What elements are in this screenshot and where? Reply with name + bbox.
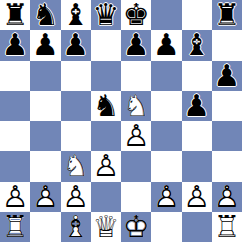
white-king-outline-icon: ♔ — [123, 212, 150, 242]
square-d8[interactable]: ♛ — [91, 0, 121, 30]
square-f8[interactable] — [151, 0, 181, 30]
white-pawn-outline-icon: ♙ — [183, 182, 210, 212]
black-pawn-icon: ♟ — [123, 30, 150, 60]
square-f4[interactable] — [151, 121, 181, 151]
square-a8[interactable]: ♜ — [0, 0, 30, 30]
white-rook-outline-icon: ♖ — [2, 212, 29, 242]
piece-white-rook[interactable]: ♜♖ — [0, 212, 30, 242]
square-e4[interactable]: ♟♙ — [121, 121, 151, 151]
white-pawn-outline-icon: ♙ — [2, 182, 29, 212]
black-pawn-icon: ♟ — [213, 61, 240, 91]
square-c5[interactable] — [61, 91, 91, 121]
piece-white-knight[interactable]: ♞♘ — [61, 151, 91, 181]
white-pawn-outline-icon: ♙ — [92, 151, 119, 181]
piece-black-rook[interactable]: ♜ — [212, 0, 242, 30]
square-d2[interactable] — [91, 182, 121, 212]
square-h2[interactable]: ♟♙ — [212, 182, 242, 212]
square-c6[interactable] — [61, 61, 91, 91]
piece-black-pawn[interactable]: ♟ — [61, 30, 91, 60]
black-pawn-icon: ♟ — [2, 30, 29, 60]
black-bishop-icon: ♝ — [62, 0, 89, 30]
square-c8[interactable]: ♝ — [61, 0, 91, 30]
square-e3[interactable] — [121, 151, 151, 181]
square-e8[interactable]: ♚ — [121, 0, 151, 30]
square-d3[interactable]: ♟♙ — [91, 151, 121, 181]
square-f3[interactable] — [151, 151, 181, 181]
white-rook-outline-icon: ♖ — [213, 212, 240, 242]
square-e1[interactable]: ♚♔ — [121, 212, 151, 242]
black-queen-icon: ♛ — [92, 0, 119, 30]
piece-black-pawn[interactable]: ♟ — [151, 30, 181, 60]
piece-black-queen[interactable]: ♛ — [91, 0, 121, 30]
square-g4[interactable] — [182, 121, 212, 151]
white-knight-outline-icon: ♘ — [123, 91, 150, 121]
square-a5[interactable] — [0, 91, 30, 121]
piece-black-pawn[interactable]: ♟ — [121, 30, 151, 60]
piece-black-king[interactable]: ♚ — [121, 0, 151, 30]
piece-white-pawn[interactable]: ♟♙ — [0, 182, 30, 212]
black-pawn-icon: ♟ — [62, 30, 89, 60]
piece-black-pawn[interactable]: ♟ — [0, 30, 30, 60]
square-h5[interactable] — [212, 91, 242, 121]
square-d4[interactable] — [91, 121, 121, 151]
piece-black-knight[interactable]: ♞ — [30, 0, 60, 30]
square-a7[interactable]: ♟ — [0, 30, 30, 60]
square-a4[interactable] — [0, 121, 30, 151]
square-f7[interactable]: ♟ — [151, 30, 181, 60]
piece-white-pawn[interactable]: ♟♙ — [30, 182, 60, 212]
white-pawn-outline-icon: ♙ — [123, 121, 150, 151]
square-e6[interactable] — [121, 61, 151, 91]
square-c1[interactable]: ♝♗ — [61, 212, 91, 242]
piece-black-pawn[interactable]: ♟ — [212, 61, 242, 91]
black-knight-icon: ♞ — [32, 0, 59, 30]
square-h6[interactable]: ♟ — [212, 61, 242, 91]
black-rook-icon: ♜ — [213, 0, 240, 30]
square-d6[interactable] — [91, 61, 121, 91]
piece-white-knight[interactable]: ♞♘ — [121, 91, 151, 121]
white-pawn-outline-icon: ♙ — [32, 182, 59, 212]
piece-black-knight[interactable]: ♞ — [91, 91, 121, 121]
square-d7[interactable] — [91, 30, 121, 60]
white-pawn-outline-icon: ♙ — [213, 182, 240, 212]
white-queen-outline-icon: ♕ — [92, 212, 119, 242]
piece-white-rook[interactable]: ♜♖ — [212, 212, 242, 242]
piece-white-pawn[interactable]: ♟♙ — [61, 182, 91, 212]
square-h7[interactable] — [212, 30, 242, 60]
black-rook-icon: ♜ — [2, 0, 29, 30]
chess-board[interactable]: ♜♞♝♛♚♜♟♟♟♟♟♝♟♞♞♘♟♟♙♞♘♟♙♟♙♟♙♟♙♟♙♟♙♟♙♜♖♝♗♛… — [0, 0, 242, 242]
square-f1[interactable] — [151, 212, 181, 242]
black-pawn-icon: ♟ — [183, 91, 210, 121]
square-g8[interactable] — [182, 0, 212, 30]
square-c3[interactable]: ♞♘ — [61, 151, 91, 181]
square-e5[interactable]: ♞♘ — [121, 91, 151, 121]
black-knight-icon: ♞ — [92, 91, 119, 121]
square-g3[interactable] — [182, 151, 212, 181]
square-f2[interactable]: ♟♙ — [151, 182, 181, 212]
white-pawn-outline-icon: ♙ — [153, 182, 180, 212]
black-pawn-icon: ♟ — [153, 30, 180, 60]
square-d1[interactable]: ♛♕ — [91, 212, 121, 242]
square-b2[interactable]: ♟♙ — [30, 182, 60, 212]
piece-white-pawn[interactable]: ♟♙ — [151, 182, 181, 212]
square-a1[interactable]: ♜♖ — [0, 212, 30, 242]
piece-black-bishop[interactable]: ♝ — [61, 0, 91, 30]
square-g1[interactable] — [182, 212, 212, 242]
white-knight-outline-icon: ♘ — [62, 151, 89, 181]
white-bishop-outline-icon: ♗ — [62, 212, 89, 242]
black-pawn-icon: ♟ — [32, 30, 59, 60]
piece-black-rook[interactable]: ♜ — [0, 0, 30, 30]
piece-white-queen[interactable]: ♛♕ — [91, 212, 121, 242]
white-pawn-outline-icon: ♙ — [62, 182, 89, 212]
square-c7[interactable]: ♟ — [61, 30, 91, 60]
square-a6[interactable] — [0, 61, 30, 91]
square-b1[interactable] — [30, 212, 60, 242]
square-a3[interactable] — [0, 151, 30, 181]
piece-white-pawn[interactable]: ♟♙ — [182, 182, 212, 212]
square-b5[interactable] — [30, 91, 60, 121]
square-g7[interactable]: ♝ — [182, 30, 212, 60]
square-b8[interactable]: ♞ — [30, 0, 60, 30]
piece-white-bishop[interactable]: ♝♗ — [61, 212, 91, 242]
square-g2[interactable]: ♟♙ — [182, 182, 212, 212]
square-c2[interactable]: ♟♙ — [61, 182, 91, 212]
piece-black-pawn[interactable]: ♟ — [30, 30, 60, 60]
square-h1[interactable]: ♜♖ — [212, 212, 242, 242]
piece-white-pawn[interactable]: ♟♙ — [212, 182, 242, 212]
square-e7[interactable]: ♟ — [121, 30, 151, 60]
square-d5[interactable]: ♞ — [91, 91, 121, 121]
black-bishop-icon: ♝ — [183, 30, 210, 60]
piece-black-bishop[interactable]: ♝ — [182, 30, 212, 60]
square-e2[interactable] — [121, 182, 151, 212]
square-g6[interactable] — [182, 61, 212, 91]
black-king-icon: ♚ — [123, 0, 150, 30]
square-b6[interactable] — [30, 61, 60, 91]
square-c4[interactable] — [61, 121, 91, 151]
square-h8[interactable]: ♜ — [212, 0, 242, 30]
square-g5[interactable]: ♟ — [182, 91, 212, 121]
piece-white-pawn[interactable]: ♟♙ — [91, 151, 121, 181]
square-f6[interactable] — [151, 61, 181, 91]
square-b4[interactable] — [30, 121, 60, 151]
piece-black-pawn[interactable]: ♟ — [182, 91, 212, 121]
square-h3[interactable] — [212, 151, 242, 181]
square-b3[interactable] — [30, 151, 60, 181]
square-f5[interactable] — [151, 91, 181, 121]
piece-white-king[interactable]: ♚♔ — [121, 212, 151, 242]
square-a2[interactable]: ♟♙ — [0, 182, 30, 212]
square-b7[interactable]: ♟ — [30, 30, 60, 60]
piece-white-pawn[interactable]: ♟♙ — [121, 121, 151, 151]
square-h4[interactable] — [212, 121, 242, 151]
